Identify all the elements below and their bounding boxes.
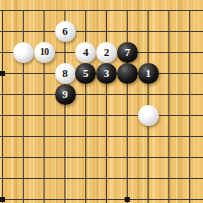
stone-white-G16: 8	[55, 63, 76, 84]
stone-black-H16: 5	[75, 63, 96, 84]
stone-black-L16: 1	[138, 63, 159, 84]
move-number: 7	[125, 47, 131, 58]
go-board[interactable]: 10689452371	[0, 0, 203, 203]
stone-white-J17: 2	[96, 42, 117, 63]
stone-black-J16: 3	[96, 63, 117, 84]
stone-black-K17: 7	[117, 42, 138, 63]
stone-white-H17: 4	[75, 42, 96, 63]
move-number: 8	[62, 68, 68, 79]
stone-black-G15: 9	[55, 84, 76, 105]
move-number: 4	[83, 47, 89, 58]
stone-white-F17: 10	[34, 42, 55, 63]
move-number: 9	[62, 89, 68, 100]
move-number: 5	[83, 68, 89, 79]
move-number: 1	[145, 68, 151, 79]
stone-black-K16	[117, 63, 138, 84]
move-number: 2	[104, 47, 110, 58]
move-number: 3	[104, 68, 110, 79]
stone-white-L14	[138, 105, 159, 126]
move-number: 10	[40, 47, 49, 57]
stones-grid: 10689452371	[0, 0, 200, 203]
move-number: 6	[62, 26, 68, 37]
stone-white-G18: 6	[55, 21, 76, 42]
stone-white-E17	[13, 42, 34, 63]
